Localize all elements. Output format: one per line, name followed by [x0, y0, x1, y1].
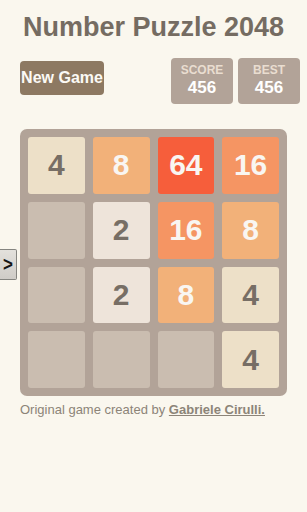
toolbar: New Game SCORE 456 BEST 456: [0, 58, 307, 104]
empty-cell: [93, 331, 150, 388]
tile-16: 16: [158, 202, 215, 259]
score-panel: SCORE 456 BEST 456: [171, 58, 300, 104]
tile-4: 4: [222, 331, 279, 388]
tile-2: 2: [93, 202, 150, 259]
tile-64: 64: [158, 137, 215, 194]
best-label: BEST: [253, 64, 285, 78]
tile-16: 16: [222, 137, 279, 194]
drawer-handle[interactable]: >: [0, 249, 17, 280]
score-box: SCORE 456: [171, 58, 233, 104]
tile-8: 8: [93, 137, 150, 194]
empty-cell: [158, 331, 215, 388]
new-game-button[interactable]: New Game: [20, 61, 104, 95]
page-title: Number Puzzle 2048: [0, 12, 307, 43]
tile-2: 2: [93, 267, 150, 324]
board[interactable]: 48641621682844: [20, 129, 287, 396]
empty-cell: [28, 267, 85, 324]
score-label: SCORE: [181, 64, 224, 78]
tile-4: 4: [222, 267, 279, 324]
best-box: BEST 456: [238, 58, 300, 104]
score-value: 456: [188, 78, 216, 98]
best-value: 456: [255, 78, 283, 98]
app-window: Number Puzzle 2048 New Game SCORE 456 BE…: [0, 12, 307, 512]
tile-4: 4: [28, 137, 85, 194]
empty-cell: [28, 331, 85, 388]
tile-8: 8: [158, 267, 215, 324]
footer-text: Original game created by: [20, 402, 169, 417]
footer-credit: Original game created by Gabriele Cirull…: [0, 402, 307, 417]
tile-8: 8: [222, 202, 279, 259]
empty-cell: [28, 202, 85, 259]
chevron-right-icon: >: [3, 255, 13, 275]
author-link[interactable]: Gabriele Cirulli.: [169, 402, 265, 417]
